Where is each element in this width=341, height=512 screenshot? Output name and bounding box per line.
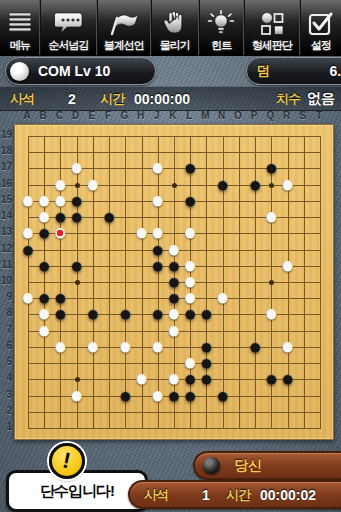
white-stone-A15: ● [20, 193, 36, 209]
black-stone-J11: ● [150, 258, 166, 274]
white-stone-H4: ● [134, 371, 150, 387]
komi-value: 6.5 [330, 63, 341, 79]
star-point [269, 377, 274, 382]
column-label-F: F [105, 110, 111, 121]
column-label-R: R [283, 110, 290, 121]
column-label-K: K [169, 110, 176, 121]
settings-checkbox-icon [308, 8, 334, 38]
white-stone-L10: ● [182, 274, 198, 290]
white-stone-J3: ● [150, 388, 166, 404]
white-stone-R16: ● [280, 177, 296, 193]
player-time-label: 시간 [226, 486, 250, 504]
territory-button[interactable]: 형세판단 [244, 0, 300, 55]
row-label-17: 17 [1, 162, 12, 173]
column-label-E: E [89, 110, 96, 121]
column-label-Q: Q [266, 110, 274, 121]
black-stone-J8: ● [150, 306, 166, 322]
pass-button[interactable]: 순서넘김 [40, 0, 96, 55]
white-stone-K7: ● [166, 323, 182, 339]
white-stone-L5: ● [182, 355, 198, 371]
star-point [172, 377, 177, 382]
white-stone-G6: ● [117, 339, 133, 355]
hint-button[interactable]: 힌트 [199, 0, 244, 55]
column-label-M: M [201, 110, 209, 121]
black-stone-B11: ● [36, 258, 52, 274]
alert-bubble: 단수입니다! [6, 470, 148, 512]
white-stone-D17: ● [69, 160, 85, 176]
white-stone-A9: ● [20, 290, 36, 306]
row-label-9: 9 [6, 291, 12, 302]
row-label-18: 18 [1, 145, 12, 156]
settings-label: 설정 [311, 38, 331, 53]
black-stone-M8: ● [198, 306, 214, 322]
row-label-7: 7 [6, 324, 12, 335]
black-stone-L8: ● [182, 306, 198, 322]
black-stone-M6: ● [198, 339, 214, 355]
row-labels: 19181716151413121110987654321 [0, 135, 13, 435]
black-stone-E8: ● [85, 306, 101, 322]
white-stone-K12: ● [166, 242, 182, 258]
white-stone-R11: ● [280, 258, 296, 274]
black-stone-C9: ● [52, 290, 68, 306]
alert-text: 단수입니다! [40, 482, 114, 501]
menu-button[interactable]: 메뉴 [0, 0, 40, 55]
opponent-status-bar: 사석 2 시간 00:00:00 치수 없음 [0, 86, 341, 111]
black-stone-N3: ● [215, 388, 231, 404]
black-stone-icon [203, 457, 220, 474]
opponent-info-pill: COM Lv 10 [5, 57, 156, 85]
komi-pill: 덤 6.5 [246, 57, 341, 85]
column-labels: ABCDEFGHJKLMNOPQRST [14, 110, 332, 123]
black-stone-B9: ● [36, 290, 52, 306]
white-stone-J13: ● [150, 225, 166, 241]
territory-shapes-icon [259, 8, 285, 38]
white-stone-C6: ● [52, 339, 68, 355]
star-point [269, 280, 274, 285]
black-stone-L4: ● [182, 371, 198, 387]
black-stone-K9: ● [166, 290, 182, 306]
white-stone-L9: ● [182, 290, 198, 306]
territory-label: 형세판단 [252, 38, 292, 53]
black-stone-L17: ● [182, 160, 198, 176]
white-stone-C16: ● [52, 177, 68, 193]
go-board[interactable]: ●●●●●●●●●●●●●●●●●●●●●●●●●●●●●●●●●●●●●●●●… [14, 124, 334, 440]
row-label-1: 1 [6, 421, 12, 432]
white-stone-E6: ● [85, 339, 101, 355]
column-label-B: B [40, 110, 47, 121]
player-captures-label: 사석 [144, 486, 168, 504]
column-label-L: L [186, 110, 192, 121]
menu-icon [7, 8, 33, 38]
row-label-11: 11 [1, 259, 12, 270]
row-label-14: 14 [1, 210, 12, 221]
undo-button[interactable]: 물리기 [151, 0, 199, 55]
white-stone-Q14: ● [263, 209, 279, 225]
white-stone-L13: ● [182, 225, 198, 241]
row-label-4: 4 [6, 373, 12, 384]
board-grid[interactable]: ●●●●●●●●●●●●●●●●●●●●●●●●●●●●●●●●●●●●●●●●… [28, 136, 321, 429]
black-stone-K11: ● [166, 258, 182, 274]
row-label-19: 19 [1, 129, 12, 140]
star-point [75, 183, 80, 188]
pass-label: 순서넘김 [49, 38, 89, 53]
row-label-12: 12 [1, 243, 12, 254]
player-name: 당신 [234, 457, 262, 475]
toolbar: 메뉴 순서넘김 불계선언 물리기 힌트 [0, 0, 341, 56]
white-stone-A13: ● [20, 225, 36, 241]
white-stone-icon [10, 62, 29, 81]
row-label-15: 15 [1, 194, 12, 205]
hint-lightbulb-icon [206, 8, 236, 38]
row-label-8: 8 [6, 308, 12, 319]
black-stone-P6: ● [247, 339, 263, 355]
row-label-5: 5 [6, 356, 12, 367]
star-point [75, 377, 80, 382]
exclamation-warning-icon: ! [49, 443, 85, 479]
column-label-S: S [299, 110, 306, 121]
black-stone-N16: ● [215, 177, 231, 193]
black-stone-F14: ● [101, 209, 117, 225]
white-stone-D3: ● [69, 388, 85, 404]
black-stone-P16: ● [247, 177, 263, 193]
black-stone-C8: ● [52, 306, 68, 322]
row-label-13: 13 [1, 227, 12, 238]
black-stone-D11: ● [69, 258, 85, 274]
row-label-16: 16 [1, 178, 12, 189]
white-stone-Q8: ● [263, 306, 279, 322]
column-label-G: G [120, 110, 128, 121]
white-stone-J6: ● [150, 339, 166, 355]
black-stone-M5: ● [198, 355, 214, 371]
column-label-C: C [56, 110, 63, 121]
row-label-3: 3 [6, 389, 12, 400]
black-stone-B13: ● [36, 225, 52, 241]
row-label-2: 2 [6, 405, 12, 416]
app-screen: 메뉴 순서넘김 불계선언 물리기 힌트 [0, 0, 341, 512]
hint-label: 힌트 [211, 38, 231, 53]
black-stone-Q17: ● [263, 160, 279, 176]
star-point [75, 280, 80, 285]
resign-button[interactable]: 불계선언 [97, 0, 151, 55]
column-label-P: P [251, 110, 258, 121]
undo-label: 물리기 [160, 38, 190, 53]
row-label-10: 10 [1, 275, 12, 286]
white-stone-C15: ● [52, 193, 68, 209]
white-stone-B15: ● [36, 193, 52, 209]
white-stone-B8: ● [36, 306, 52, 322]
captures-label: 사석 [10, 90, 34, 108]
komi-label: 덤 [257, 62, 269, 80]
black-stone-C14: ● [52, 209, 68, 225]
column-label-H: H [137, 110, 144, 121]
handicap-label: 치수 [276, 90, 300, 108]
opponent-name: COM Lv 10 [38, 63, 110, 79]
resign-label: 불계선언 [104, 38, 144, 53]
white-stone-R6: ● [280, 339, 296, 355]
white-stone-N9: ● [215, 290, 231, 306]
white-stone-E16: ● [85, 177, 101, 193]
black-stone-K3: ● [166, 388, 182, 404]
column-label-D: D [72, 110, 79, 121]
white-stone-B14: ● [36, 209, 52, 225]
time-value: 00:00:00 [134, 91, 190, 107]
player-captures-value: 1 [202, 487, 210, 503]
settings-button[interactable]: 설정 [300, 0, 341, 55]
pass-speech-bubble-icon [55, 8, 83, 38]
resign-flag-icon [109, 8, 139, 38]
handicap-value: 없음 [307, 90, 335, 108]
star-point [172, 280, 177, 285]
player-time-value: 00:00:02 [260, 487, 316, 503]
last-move-marker [57, 230, 63, 236]
column-label-A: A [23, 110, 30, 121]
row-label-6: 6 [6, 340, 12, 351]
black-stone-G8: ● [117, 306, 133, 322]
column-label-N: N [218, 110, 225, 121]
star-point [269, 183, 274, 188]
column-label-T: T [316, 110, 322, 121]
star-point [172, 183, 177, 188]
white-stone-J15: ● [150, 193, 166, 209]
white-stone-L11: ● [182, 258, 198, 274]
black-stone-D15: ● [69, 193, 85, 209]
black-stone-R4: ● [280, 371, 296, 387]
black-stone-J12: ● [150, 242, 166, 258]
menu-label: 메뉴 [10, 38, 30, 53]
black-stone-A12: ● [20, 242, 36, 258]
black-stone-L3: ● [182, 388, 198, 404]
time-label: 시간 [100, 90, 124, 108]
black-stone-D14: ● [69, 209, 85, 225]
column-label-J: J [154, 110, 160, 121]
white-stone-H13: ● [134, 225, 150, 241]
black-stone-L15: ● [182, 193, 198, 209]
column-label-O: O [234, 110, 242, 121]
player-name-bar: 당신 [193, 451, 341, 480]
white-stone-B7: ● [36, 323, 52, 339]
player-status-bar: 사석 1 시간 00:00:02 [128, 480, 341, 509]
captures-value: 2 [68, 91, 76, 107]
white-stone-K8: ● [166, 306, 182, 322]
black-stone-G3: ● [117, 388, 133, 404]
white-stone-J17: ● [150, 160, 166, 176]
undo-hand-icon [163, 8, 187, 38]
black-stone-M4: ● [198, 371, 214, 387]
